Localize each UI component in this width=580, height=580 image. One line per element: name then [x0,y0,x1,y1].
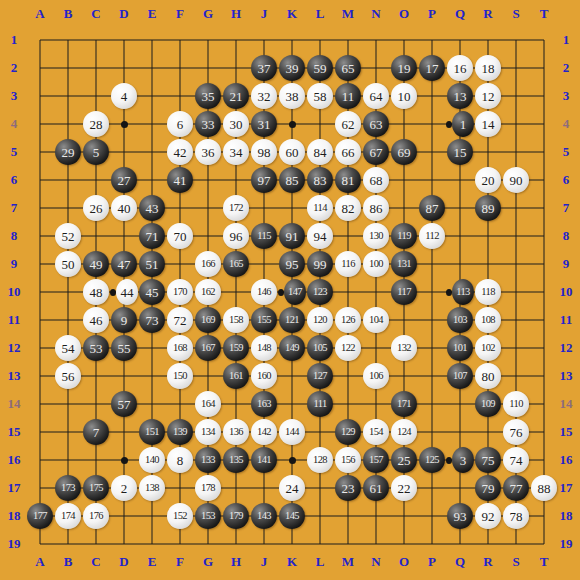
intersection-L14[interactable]: 111 [306,390,334,418]
intersection-A14[interactable] [26,390,54,418]
intersection-M12[interactable]: 122 [334,334,362,362]
intersection-M14[interactable] [334,390,362,418]
intersection-L11[interactable]: 120 [306,306,334,334]
stone-white-146[interactable]: 146 [251,279,277,305]
stone-black-97[interactable]: 97 [251,167,277,193]
intersection-R16[interactable]: 75 [474,446,502,474]
stone-white-56[interactable]: 56 [55,363,81,389]
intersection-A18[interactable]: 177 [26,502,54,530]
intersection-Q13[interactable]: 107 [446,362,474,390]
intersection-E9[interactable]: 51 [138,250,166,278]
stone-white-28[interactable]: 28 [83,111,109,137]
stone-black-35[interactable]: 35 [195,83,221,109]
intersection-E12[interactable] [138,334,166,362]
intersection-B17[interactable]: 173 [54,474,82,502]
stone-black-155[interactable]: 155 [251,307,277,333]
intersection-E3[interactable] [138,82,166,110]
stone-black-131[interactable]: 131 [391,251,417,277]
stone-black-39[interactable]: 39 [279,55,305,81]
stone-white-164[interactable]: 164 [195,391,221,417]
intersection-C17[interactable]: 175 [82,474,110,502]
intersection-C15[interactable]: 7 [82,418,110,446]
intersection-Q15[interactable] [446,418,474,446]
intersection-O4[interactable] [390,110,418,138]
intersection-C10[interactable]: 48 [82,278,110,306]
intersection-B4[interactable] [54,110,82,138]
intersection-H14[interactable] [222,390,250,418]
stone-black-33[interactable]: 33 [195,111,221,137]
stone-white-20[interactable]: 20 [475,167,501,193]
stone-white-50[interactable]: 50 [55,251,81,277]
intersection-H4[interactable]: 30 [222,110,250,138]
intersection-Q18[interactable]: 93 [446,502,474,530]
intersection-H7[interactable]: 172 [222,194,250,222]
intersection-F6[interactable]: 41 [166,166,194,194]
intersection-F9[interactable] [166,250,194,278]
stone-black-73[interactable]: 73 [139,307,165,333]
stone-white-80[interactable]: 80 [475,363,501,389]
stone-black-119[interactable]: 119 [391,223,417,249]
intersection-P8[interactable]: 112 [418,222,446,250]
intersection-K14[interactable] [278,390,306,418]
stone-white-128[interactable]: 128 [307,447,333,473]
stone-white-6[interactable]: 6 [167,111,193,137]
intersection-C9[interactable]: 49 [82,250,110,278]
intersection-N11[interactable]: 104 [362,306,390,334]
intersection-F4[interactable]: 6 [166,110,194,138]
intersection-H3[interactable]: 21 [222,82,250,110]
intersection-R3[interactable]: 12 [474,82,502,110]
stone-black-65[interactable]: 65 [335,55,361,81]
intersection-P18[interactable] [418,502,446,530]
stone-white-42[interactable]: 42 [167,139,193,165]
stone-white-118[interactable]: 118 [475,279,501,305]
intersection-S14[interactable]: 110 [502,390,530,418]
intersection-P7[interactable]: 87 [418,194,446,222]
stone-white-166[interactable]: 166 [195,251,221,277]
stone-black-133[interactable]: 133 [195,447,221,473]
intersection-B10[interactable] [54,278,82,306]
stone-white-102[interactable]: 102 [475,335,501,361]
intersection-J3[interactable]: 32 [250,82,278,110]
stone-white-30[interactable]: 30 [223,111,249,137]
intersection-D13[interactable] [110,362,138,390]
intersection-F8[interactable]: 70 [166,222,194,250]
intersection-J6[interactable]: 97 [250,166,278,194]
intersection-K2[interactable]: 39 [278,54,306,82]
intersection-J9[interactable] [250,250,278,278]
intersection-P3[interactable] [418,82,446,110]
intersection-O9[interactable]: 131 [390,250,418,278]
intersection-L1[interactable] [306,26,334,54]
intersection-R1[interactable] [474,26,502,54]
go-board[interactable]: AABBCCDDEEFFGGHHJJKKLLMMNNOOPPQQRRSSTT11… [0,0,580,580]
intersection-R10[interactable]: 118 [474,278,502,306]
stone-white-18[interactable]: 18 [475,55,501,81]
stone-black-171[interactable]: 171 [391,391,417,417]
intersection-D7[interactable]: 40 [110,194,138,222]
intersection-R2[interactable]: 18 [474,54,502,82]
intersection-S11[interactable] [502,306,530,334]
stone-black-127[interactable]: 127 [307,363,333,389]
intersection-H10[interactable] [222,278,250,306]
intersection-J1[interactable] [250,26,278,54]
intersection-L15[interactable] [306,418,334,446]
intersection-A13[interactable] [26,362,54,390]
intersection-O14[interactable]: 171 [390,390,418,418]
stone-black-55[interactable]: 55 [111,335,137,361]
stone-black-77[interactable]: 77 [503,475,529,501]
stone-white-106[interactable]: 106 [363,363,389,389]
intersection-E13[interactable] [138,362,166,390]
stone-black-45[interactable]: 45 [139,279,165,305]
stone-black-125[interactable]: 125 [419,447,445,473]
intersection-Q17[interactable] [446,474,474,502]
intersection-D18[interactable] [110,502,138,530]
intersection-A16[interactable] [26,446,54,474]
intersection-M8[interactable] [334,222,362,250]
intersection-G1[interactable] [194,26,222,54]
intersection-P2[interactable]: 17 [418,54,446,82]
intersection-M16[interactable]: 156 [334,446,362,474]
intersection-N17[interactable]: 61 [362,474,390,502]
intersection-Q7[interactable] [446,194,474,222]
intersection-E15[interactable]: 151 [138,418,166,446]
intersection-M13[interactable] [334,362,362,390]
stone-black-143[interactable]: 143 [251,503,277,529]
intersection-N10[interactable] [362,278,390,306]
intersection-J2[interactable]: 37 [250,54,278,82]
intersection-J15[interactable]: 142 [250,418,278,446]
intersection-G15[interactable]: 134 [194,418,222,446]
intersection-B3[interactable] [54,82,82,110]
intersection-A17[interactable] [26,474,54,502]
intersection-N5[interactable]: 67 [362,138,390,166]
stone-black-23[interactable]: 23 [335,475,361,501]
stone-white-62[interactable]: 62 [335,111,361,137]
intersection-N12[interactable] [362,334,390,362]
intersection-P5[interactable] [418,138,446,166]
stone-black-1[interactable]: 1 [452,111,474,137]
intersection-P14[interactable] [418,390,446,418]
stone-black-93[interactable]: 93 [447,503,473,529]
intersection-G6[interactable] [194,166,222,194]
intersection-M2[interactable]: 65 [334,54,362,82]
stone-white-136[interactable]: 136 [223,419,249,445]
intersection-R6[interactable]: 20 [474,166,502,194]
intersection-A12[interactable] [26,334,54,362]
intersection-E16[interactable]: 140 [138,446,166,474]
intersection-O17[interactable]: 22 [390,474,418,502]
intersection-T15[interactable] [530,418,558,446]
stone-white-126[interactable]: 126 [335,307,361,333]
intersection-N8[interactable]: 130 [362,222,390,250]
intersection-G2[interactable] [194,54,222,82]
intersection-R15[interactable] [474,418,502,446]
stone-white-172[interactable]: 172 [223,195,249,221]
intersection-S4[interactable] [502,110,530,138]
intersection-G12[interactable]: 167 [194,334,222,362]
stone-white-24[interactable]: 24 [279,475,305,501]
intersection-A4[interactable] [26,110,54,138]
intersection-N4[interactable]: 63 [362,110,390,138]
intersection-N14[interactable] [362,390,390,418]
intersection-B2[interactable] [54,54,82,82]
intersection-D6[interactable]: 27 [110,166,138,194]
intersection-Q11[interactable]: 103 [446,306,474,334]
stone-white-78[interactable]: 78 [503,503,529,529]
stone-white-112[interactable]: 112 [419,223,445,249]
stone-black-149[interactable]: 149 [279,335,305,361]
stone-black-109[interactable]: 109 [475,391,501,417]
intersection-S1[interactable] [502,26,530,54]
intersection-P10[interactable] [418,278,446,306]
intersection-L9[interactable]: 99 [306,250,334,278]
intersection-B9[interactable]: 50 [54,250,82,278]
intersection-T5[interactable] [530,138,558,166]
intersection-G18[interactable]: 153 [194,502,222,530]
stone-white-134[interactable]: 134 [195,419,221,445]
stone-black-153[interactable]: 153 [195,503,221,529]
intersection-R18[interactable]: 92 [474,502,502,530]
intersection-T8[interactable] [530,222,558,250]
intersection-B15[interactable] [54,418,82,446]
intersection-L7[interactable]: 114 [306,194,334,222]
intersection-S6[interactable]: 90 [502,166,530,194]
stone-white-82[interactable]: 82 [335,195,361,221]
stone-black-157[interactable]: 157 [363,447,389,473]
intersection-H17[interactable] [222,474,250,502]
stone-black-161[interactable]: 161 [223,363,249,389]
intersection-M15[interactable]: 129 [334,418,362,446]
intersection-G10[interactable]: 162 [194,278,222,306]
intersection-M6[interactable]: 81 [334,166,362,194]
intersection-J13[interactable]: 160 [250,362,278,390]
stone-black-31[interactable]: 31 [251,111,277,137]
intersection-L10[interactable]: 123 [306,278,334,306]
intersection-B11[interactable] [54,306,82,334]
stone-black-123[interactable]: 123 [307,279,333,305]
stone-black-173[interactable]: 173 [55,475,81,501]
intersection-E10[interactable]: 45 [138,278,166,306]
intersection-Q4[interactable]: 1 [446,110,474,138]
intersection-H13[interactable]: 161 [222,362,250,390]
intersection-J8[interactable]: 115 [250,222,278,250]
stone-black-13[interactable]: 13 [447,83,473,109]
board-grid[interactable]: 3739596519171618435213238581164101312286… [26,26,558,558]
intersection-O3[interactable]: 10 [390,82,418,110]
stone-white-100[interactable]: 100 [363,251,389,277]
intersection-H16[interactable]: 135 [222,446,250,474]
intersection-M4[interactable]: 62 [334,110,362,138]
stone-white-174[interactable]: 174 [55,503,81,529]
intersection-O11[interactable] [390,306,418,334]
stone-white-160[interactable]: 160 [251,363,277,389]
intersection-O10[interactable]: 117 [390,278,418,306]
intersection-D17[interactable]: 2 [110,474,138,502]
intersection-S2[interactable] [502,54,530,82]
intersection-O5[interactable]: 69 [390,138,418,166]
intersection-L8[interactable]: 94 [306,222,334,250]
stone-black-21[interactable]: 21 [223,83,249,109]
intersection-J14[interactable]: 163 [250,390,278,418]
intersection-F1[interactable] [166,26,194,54]
intersection-L6[interactable]: 83 [306,166,334,194]
intersection-D15[interactable] [110,418,138,446]
stone-black-101[interactable]: 101 [447,335,473,361]
intersection-G17[interactable]: 178 [194,474,222,502]
intersection-D2[interactable] [110,54,138,82]
stone-white-38[interactable]: 38 [279,83,305,109]
intersection-G9[interactable]: 166 [194,250,222,278]
intersection-G4[interactable]: 33 [194,110,222,138]
intersection-T9[interactable] [530,250,558,278]
stone-black-163[interactable]: 163 [251,391,277,417]
stone-white-68[interactable]: 68 [363,167,389,193]
intersection-E14[interactable] [138,390,166,418]
intersection-K13[interactable] [278,362,306,390]
intersection-T7[interactable] [530,194,558,222]
intersection-K1[interactable] [278,26,306,54]
intersection-C16[interactable] [82,446,110,474]
stone-white-158[interactable]: 158 [223,307,249,333]
intersection-C7[interactable]: 26 [82,194,110,222]
stone-black-79[interactable]: 79 [475,475,501,501]
intersection-Q1[interactable] [446,26,474,54]
intersection-L16[interactable]: 128 [306,446,334,474]
intersection-K9[interactable]: 95 [278,250,306,278]
intersection-D9[interactable]: 47 [110,250,138,278]
stone-black-43[interactable]: 43 [139,195,165,221]
intersection-F18[interactable]: 152 [166,502,194,530]
stone-white-96[interactable]: 96 [223,223,249,249]
intersection-C13[interactable] [82,362,110,390]
intersection-S7[interactable] [502,194,530,222]
intersection-A2[interactable] [26,54,54,82]
stone-white-156[interactable]: 156 [335,447,361,473]
intersection-C5[interactable]: 5 [82,138,110,166]
intersection-Q2[interactable]: 16 [446,54,474,82]
stone-white-32[interactable]: 32 [251,83,277,109]
intersection-Q14[interactable] [446,390,474,418]
intersection-S18[interactable]: 78 [502,502,530,530]
intersection-R4[interactable]: 14 [474,110,502,138]
stone-black-107[interactable]: 107 [447,363,473,389]
intersection-E7[interactable]: 43 [138,194,166,222]
intersection-F15[interactable]: 139 [166,418,194,446]
intersection-N2[interactable] [362,54,390,82]
intersection-H11[interactable]: 158 [222,306,250,334]
stone-white-36[interactable]: 36 [195,139,221,165]
intersection-C18[interactable]: 176 [82,502,110,530]
intersection-C11[interactable]: 46 [82,306,110,334]
intersection-G14[interactable]: 164 [194,390,222,418]
stone-white-168[interactable]: 168 [167,335,193,361]
stone-black-19[interactable]: 19 [391,55,417,81]
stone-white-110[interactable]: 110 [503,391,529,417]
intersection-S3[interactable] [502,82,530,110]
stone-white-150[interactable]: 150 [167,363,193,389]
stone-white-130[interactable]: 130 [363,223,389,249]
stone-white-88[interactable]: 88 [531,475,557,501]
intersection-C12[interactable]: 53 [82,334,110,362]
intersection-H1[interactable] [222,26,250,54]
intersection-M10[interactable] [334,278,362,306]
intersection-E18[interactable] [138,502,166,530]
intersection-H2[interactable] [222,54,250,82]
stone-black-27[interactable]: 27 [111,167,137,193]
stone-black-121[interactable]: 121 [279,307,305,333]
intersection-O8[interactable]: 119 [390,222,418,250]
intersection-E8[interactable]: 71 [138,222,166,250]
intersection-K11[interactable]: 121 [278,306,306,334]
intersection-D8[interactable] [110,222,138,250]
intersection-K17[interactable]: 24 [278,474,306,502]
intersection-A8[interactable] [26,222,54,250]
intersection-R5[interactable] [474,138,502,166]
stone-white-14[interactable]: 14 [475,111,501,137]
stone-white-152[interactable]: 152 [167,503,193,529]
intersection-K3[interactable]: 38 [278,82,306,110]
intersection-B16[interactable] [54,446,82,474]
intersection-E4[interactable] [138,110,166,138]
intersection-N6[interactable]: 68 [362,166,390,194]
stone-black-57[interactable]: 57 [111,391,137,417]
intersection-F5[interactable]: 42 [166,138,194,166]
stone-black-37[interactable]: 37 [251,55,277,81]
intersection-J11[interactable]: 155 [250,306,278,334]
intersection-H12[interactable]: 159 [222,334,250,362]
intersection-S8[interactable] [502,222,530,250]
intersection-J12[interactable]: 148 [250,334,278,362]
intersection-P11[interactable] [418,306,446,334]
intersection-Q10[interactable]: 113 [446,278,474,306]
intersection-F16[interactable]: 8 [166,446,194,474]
stone-black-105[interactable]: 105 [307,335,333,361]
intersection-C14[interactable] [82,390,110,418]
stone-black-175[interactable]: 175 [83,475,109,501]
stone-black-177[interactable]: 177 [27,503,53,529]
stone-white-34[interactable]: 34 [223,139,249,165]
stone-white-52[interactable]: 52 [55,223,81,249]
stone-white-104[interactable]: 104 [363,307,389,333]
stone-white-60[interactable]: 60 [279,139,305,165]
intersection-M18[interactable] [334,502,362,530]
stone-white-92[interactable]: 92 [475,503,501,529]
intersection-P6[interactable] [418,166,446,194]
stone-white-176[interactable]: 176 [83,503,109,529]
intersection-D1[interactable] [110,26,138,54]
intersection-O2[interactable]: 19 [390,54,418,82]
intersection-O1[interactable] [390,26,418,54]
intersection-F14[interactable] [166,390,194,418]
stone-black-41[interactable]: 41 [167,167,193,193]
intersection-O7[interactable] [390,194,418,222]
intersection-C4[interactable]: 28 [82,110,110,138]
stone-black-15[interactable]: 15 [447,139,473,165]
stone-black-25[interactable]: 25 [391,447,417,473]
intersection-D11[interactable]: 9 [110,306,138,334]
stone-black-61[interactable]: 61 [363,475,389,501]
intersection-J10[interactable]: 146 [250,278,278,306]
intersection-L17[interactable] [306,474,334,502]
intersection-H8[interactable]: 96 [222,222,250,250]
intersection-Q16[interactable]: 3 [446,446,474,474]
intersection-N18[interactable] [362,502,390,530]
intersection-F13[interactable]: 150 [166,362,194,390]
intersection-J4[interactable]: 31 [250,110,278,138]
stone-white-70[interactable]: 70 [167,223,193,249]
